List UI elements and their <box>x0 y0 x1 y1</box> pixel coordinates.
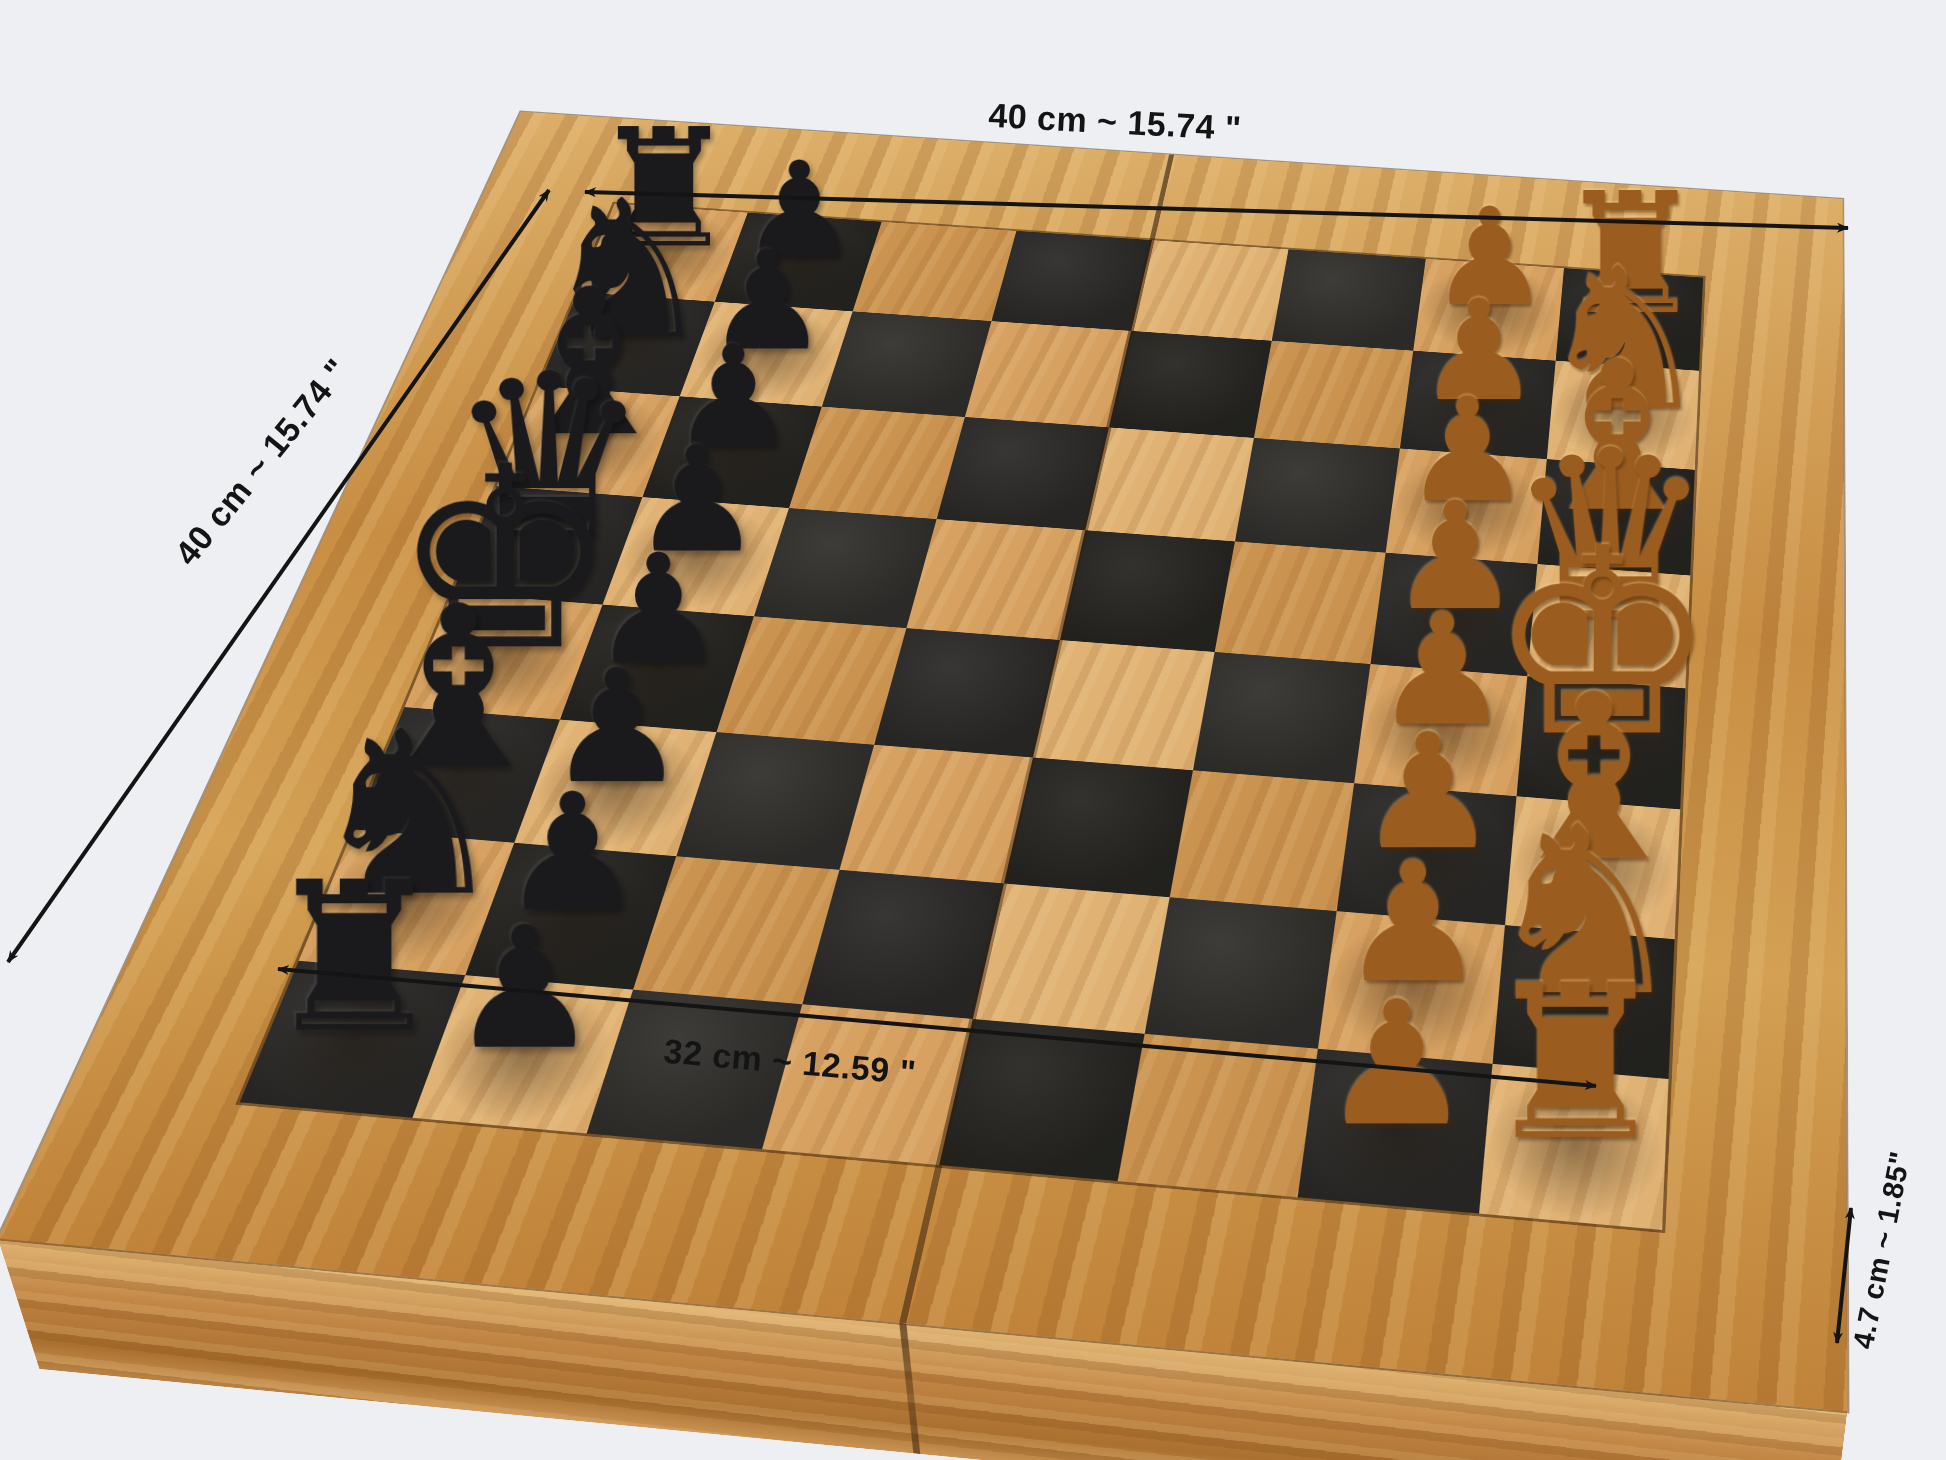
chess-board: ♜♟♟♜♞♟♟♞♝♟♟♝♛♟♟♛♚♟♟♚♝♟♟♝♞♟♟♞♜♟♟♜ <box>0 112 1847 1412</box>
square <box>1254 341 1413 449</box>
chess-piece-black-rook: ♜ <box>262 861 448 1058</box>
square <box>1131 240 1288 341</box>
square <box>906 519 1085 640</box>
square <box>1272 249 1426 350</box>
square <box>1556 268 1703 371</box>
square <box>853 222 1017 321</box>
square <box>1547 361 1699 470</box>
square <box>1085 427 1254 541</box>
square <box>937 417 1109 530</box>
fold-seam-front <box>899 1323 920 1454</box>
square <box>965 321 1131 427</box>
chess-piece-black-pawn: ♟ <box>449 909 600 1069</box>
square <box>1109 331 1272 438</box>
square <box>1413 259 1564 361</box>
square <box>1060 530 1235 652</box>
square <box>1400 351 1556 459</box>
chess-piece-white-rook: ♜ <box>1480 963 1671 1165</box>
square <box>991 231 1152 331</box>
square <box>1235 438 1400 553</box>
chess-piece-white-pawn: ♟ <box>1320 982 1474 1145</box>
square <box>789 407 965 519</box>
product-photo-scene: ♜♟♟♜♞♟♟♞♝♟♟♝♛♟♟♛♚♟♟♚♝♟♟♝♞♟♟♞♜♟♟♜ 40 cm ~… <box>0 0 1946 1460</box>
perspective-container: ♜♟♟♜♞♟♟♞♝♟♟♝♛♟♟♛♚♟♟♚♝♟♟♝♞♟♟♞♜♟♟♜ <box>0 0 1946 1460</box>
square <box>822 311 992 417</box>
